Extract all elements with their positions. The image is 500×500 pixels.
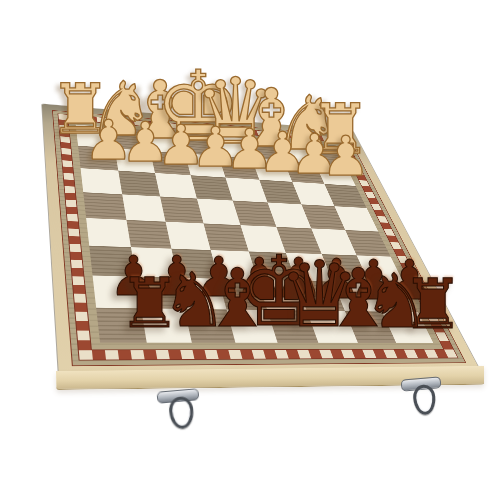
metal-latch-right <box>401 376 442 413</box>
square-g5 <box>126 220 171 249</box>
square-g1 <box>111 127 150 150</box>
board-squares-grid <box>76 125 434 343</box>
square-h7 <box>93 276 141 309</box>
square-h5 <box>86 218 131 247</box>
square-h8 <box>96 308 147 343</box>
square-h6 <box>89 246 136 277</box>
metal-latch-left <box>157 388 200 427</box>
square-g8 <box>141 308 192 342</box>
square-g2 <box>115 148 155 173</box>
square-h3 <box>81 168 123 194</box>
square-g4 <box>122 194 165 221</box>
square-h4 <box>83 192 126 220</box>
product-photo-scene: ♜♞♝♛♚♝♞♜♟♟♟♟♟♟♟♟♟♟♟♟♟♟♟♟♜♞♝♛♚♝♞♜ <box>0 0 500 500</box>
square-g6 <box>131 247 178 277</box>
square-h1 <box>76 125 115 149</box>
square-g7 <box>136 277 185 309</box>
square-h2 <box>78 146 118 171</box>
square-g3 <box>118 171 160 197</box>
chess-board <box>42 104 481 377</box>
